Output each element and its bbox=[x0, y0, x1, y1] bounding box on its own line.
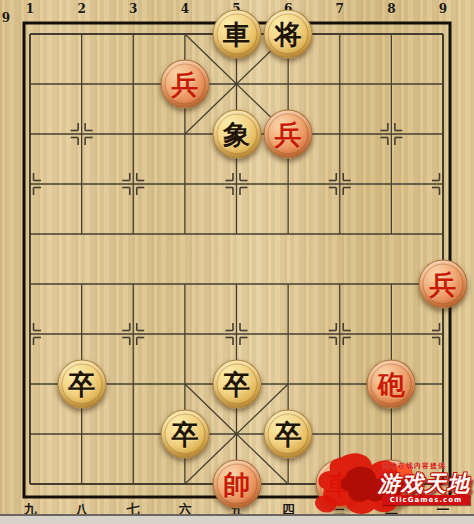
piece-glyph: 車 bbox=[378, 471, 405, 498]
piece-red-soldier[interactable]: 兵 bbox=[160, 60, 209, 109]
piece-red-chariot[interactable]: 車 bbox=[367, 460, 416, 509]
piece-glyph: 兵 bbox=[171, 71, 198, 98]
top-file-label-2: 2 bbox=[77, 3, 85, 15]
piece-glyph: 象 bbox=[223, 121, 250, 148]
piece-black-soldier[interactable]: 卒 bbox=[57, 360, 106, 409]
board-grid bbox=[0, 0, 474, 524]
piece-red-soldier[interactable]: 兵 bbox=[419, 260, 468, 309]
piece-black-chariot[interactable]: 車 bbox=[212, 10, 261, 59]
piece-glyph: 兵 bbox=[275, 121, 302, 148]
xiangqi-board: 123456789九八七六五四三二一9 車将兵象兵兵卒卒砲卒卒帥車車 天地在线内… bbox=[0, 0, 474, 524]
piece-red-chariot[interactable]: 車 bbox=[315, 460, 364, 509]
piece-red-soldier[interactable]: 兵 bbox=[264, 110, 313, 159]
piece-black-elephant[interactable]: 象 bbox=[212, 110, 261, 159]
piece-glyph: 砲 bbox=[378, 371, 405, 398]
piece-glyph: 卒 bbox=[68, 371, 95, 398]
top-file-label-8: 8 bbox=[387, 3, 395, 15]
top-file-label-3: 3 bbox=[129, 3, 137, 15]
window-bottom-edge bbox=[0, 514, 474, 524]
piece-glyph: 卒 bbox=[223, 371, 250, 398]
piece-glyph: 卒 bbox=[275, 421, 302, 448]
piece-glyph: 車 bbox=[326, 471, 353, 498]
piece-glyph: 卒 bbox=[171, 421, 198, 448]
piece-glyph: 車 bbox=[223, 21, 250, 48]
piece-black-soldier[interactable]: 卒 bbox=[264, 410, 313, 459]
top-file-label-7: 7 bbox=[336, 3, 344, 15]
top-file-label-1: 1 bbox=[26, 3, 34, 15]
piece-red-cannon[interactable]: 砲 bbox=[367, 360, 416, 409]
piece-red-general[interactable]: 帥 bbox=[212, 460, 261, 509]
piece-glyph: 帥 bbox=[223, 471, 250, 498]
top-file-label-9: 9 bbox=[439, 3, 447, 15]
piece-black-soldier[interactable]: 卒 bbox=[212, 360, 261, 409]
piece-glyph: 兵 bbox=[430, 271, 457, 298]
left-edge-label: 9 bbox=[2, 12, 10, 24]
top-file-label-4: 4 bbox=[181, 3, 189, 15]
piece-black-general[interactable]: 将 bbox=[264, 10, 313, 59]
piece-glyph: 将 bbox=[275, 21, 302, 48]
piece-black-soldier[interactable]: 卒 bbox=[160, 410, 209, 459]
